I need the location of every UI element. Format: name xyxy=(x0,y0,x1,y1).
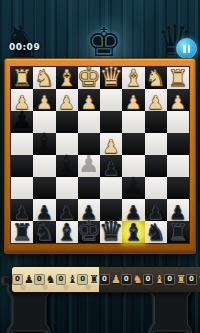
square-h5[interactable] xyxy=(11,155,33,177)
pawn-icon: ♟ xyxy=(111,274,121,285)
captured-count-rook: 0♜ xyxy=(164,274,186,285)
tray-tab xyxy=(173,285,178,290)
white-pawn: ♟ xyxy=(36,93,53,112)
square-f8[interactable]: ♝ xyxy=(56,221,78,243)
black-pawn: ♟ xyxy=(169,203,186,222)
square-g3[interactable] xyxy=(33,111,55,133)
square-g4[interactable] xyxy=(33,133,55,155)
square-f4[interactable] xyxy=(56,133,78,155)
black-knight: ♞ xyxy=(145,221,166,244)
square-f3[interactable] xyxy=(56,111,78,133)
square-d5[interactable]: ♟ xyxy=(100,155,122,177)
square-h6[interactable] xyxy=(11,177,33,199)
square-h4[interactable] xyxy=(11,133,33,155)
capture-counter-value: 0 xyxy=(186,274,197,285)
square-d7[interactable] xyxy=(100,199,122,221)
black-pawn: ♟ xyxy=(103,159,120,178)
square-g1[interactable]: ♞ xyxy=(33,67,55,89)
black-pawn: ♟ xyxy=(147,203,164,222)
white-pawn: ♟ xyxy=(169,93,186,112)
capture-counter-value: 0 xyxy=(143,274,154,285)
captured-tray-white-section: 0♟0♞0♝0♜0♛ xyxy=(99,267,200,292)
tray-tab xyxy=(20,285,25,290)
square-c4[interactable] xyxy=(122,133,144,155)
square-b4[interactable] xyxy=(145,133,167,155)
white-pawn: ♟ xyxy=(14,93,31,112)
knight-icon: ♞ xyxy=(46,274,56,285)
square-c8[interactable]: ♝ xyxy=(122,221,144,243)
white-bishop: ♝ xyxy=(123,67,144,90)
tray-tab xyxy=(86,285,91,290)
board: ♜♞♝♚♛♝♞♜♟♟♟♟♟♟♟♟♟♟♟♟♟♟♟♟♜♞♝♚♛♝♞♜♟♝♝♟♟ xyxy=(11,67,189,243)
black-queen: ♛ xyxy=(99,217,123,244)
square-e6[interactable] xyxy=(78,177,100,199)
square-c5[interactable] xyxy=(122,155,144,177)
square-g2[interactable]: ♟ xyxy=(33,89,55,111)
captured-count-pawn: 0♟ xyxy=(12,274,34,285)
pause-icon xyxy=(183,45,186,53)
game-screen: ♞ ♚ ♛ 00:09 ♜♞♝♚♛♝♞♜♟♟♟♟♟♟♟♟♟♟♟♟♟♟♟♟♜♞♝♚… xyxy=(0,0,200,333)
square-h3[interactable] xyxy=(11,111,33,133)
white-pawn: ♟ xyxy=(147,93,164,112)
pause-button[interactable] xyxy=(176,38,197,59)
black-king: ♚ xyxy=(77,217,101,244)
black-bishop: ♝ xyxy=(123,221,144,244)
square-a1[interactable]: ♜ xyxy=(167,67,189,89)
square-f6[interactable] xyxy=(56,177,78,199)
captured-count-bishop: 0♝ xyxy=(143,274,165,285)
square-a4[interactable] xyxy=(167,133,189,155)
square-b8[interactable]: ♞ xyxy=(145,221,167,243)
black-pawn: ♟ xyxy=(58,203,75,222)
queen-icon: ♛ xyxy=(198,274,200,285)
bishop-icon: ♝ xyxy=(67,274,77,285)
square-b3[interactable] xyxy=(145,111,167,133)
rook-icon: ♜ xyxy=(89,274,99,285)
square-d4[interactable]: ♟ xyxy=(100,133,122,155)
square-d8[interactable]: ♛ xyxy=(100,221,122,243)
captured-pieces-tray: 0♟0♞0♝0♜ 0♟0♞0♝0♜0♛ xyxy=(11,266,189,293)
square-c2[interactable]: ♟ xyxy=(122,89,144,111)
square-e8[interactable]: ♚ xyxy=(78,221,100,243)
square-e1[interactable]: ♚ xyxy=(78,67,100,89)
square-f7[interactable]: ♟ xyxy=(56,199,78,221)
capture-counter-value: 0 xyxy=(99,274,110,285)
capture-counter-value: 0 xyxy=(12,274,23,285)
square-g7[interactable]: ♟ xyxy=(33,199,55,221)
rook-icon: ♜ xyxy=(176,274,186,285)
captured-tray-black-section: 0♟0♞0♝0♜ xyxy=(12,267,99,292)
square-c7[interactable]: ♟ xyxy=(122,199,144,221)
square-h7[interactable]: ♟ xyxy=(11,199,33,221)
square-b2[interactable]: ♟ xyxy=(145,89,167,111)
square-f1[interactable]: ♝ xyxy=(56,67,78,89)
square-f2[interactable]: ♟ xyxy=(56,89,78,111)
king-silhouette-icon: ♚ xyxy=(86,22,122,62)
captured-count-pawn: 0♟ xyxy=(99,274,121,285)
black-pawn: ♟ xyxy=(36,203,53,222)
square-b6[interactable] xyxy=(145,177,167,199)
black-pawn: ♟ xyxy=(14,203,31,222)
square-a5[interactable] xyxy=(167,155,189,177)
capture-counter-value: 0 xyxy=(77,274,88,285)
white-queen: ♛ xyxy=(99,63,123,90)
black-pawn: ♟ xyxy=(125,203,142,222)
square-e2[interactable]: ♟ xyxy=(78,89,100,111)
black-rook: ♜ xyxy=(12,221,33,244)
square-h8[interactable]: ♜ xyxy=(11,221,33,243)
square-d2[interactable] xyxy=(100,89,122,111)
square-a8[interactable]: ♜ xyxy=(167,221,189,243)
bishop-icon: ♝ xyxy=(154,274,164,285)
square-d1[interactable]: ♛ xyxy=(100,67,122,89)
white-knight: ♞ xyxy=(34,67,55,90)
square-g5[interactable] xyxy=(33,155,55,177)
square-e4[interactable] xyxy=(78,133,100,155)
tray-tab xyxy=(107,285,112,290)
capture-counter-value: 0 xyxy=(121,274,132,285)
black-bishop: ♝ xyxy=(56,221,77,244)
black-rook: ♜ xyxy=(168,221,189,244)
game-timer: 00:09 xyxy=(9,42,40,52)
square-a6[interactable] xyxy=(167,177,189,199)
white-pawn: ♟ xyxy=(125,93,142,112)
square-g6[interactable] xyxy=(33,177,55,199)
capture-counter-value: 0 xyxy=(56,274,67,285)
square-e5[interactable] xyxy=(78,155,100,177)
pause-icon xyxy=(188,45,191,53)
square-c3[interactable] xyxy=(122,111,144,133)
square-d3[interactable] xyxy=(100,111,122,133)
square-f5[interactable] xyxy=(56,155,78,177)
square-e7[interactable]: ♟ xyxy=(78,199,100,221)
captured-count-rook: 0♜ xyxy=(77,274,99,285)
captured-count-knight: 0♞ xyxy=(34,274,56,285)
black-knight: ♞ xyxy=(34,221,55,244)
square-h1[interactable]: ♜ xyxy=(11,67,33,89)
square-a7[interactable]: ♟ xyxy=(167,199,189,221)
square-a2[interactable]: ♟ xyxy=(167,89,189,111)
square-b7[interactable]: ♟ xyxy=(145,199,167,221)
captured-count-queen: 0♛ xyxy=(186,274,200,285)
white-rook: ♜ xyxy=(168,67,189,90)
tray-tab xyxy=(151,285,156,290)
square-h2[interactable]: ♟ xyxy=(11,89,33,111)
tray-tab xyxy=(194,285,199,290)
capture-counter-value: 0 xyxy=(34,274,45,285)
square-c6[interactable] xyxy=(122,177,144,199)
white-pawn: ♟ xyxy=(58,93,75,112)
board-frame: ♜♞♝♚♛♝♞♜♟♟♟♟♟♟♟♟♟♟♟♟♟♟♟♟♜♞♝♚♛♝♞♜♟♝♝♟♟ xyxy=(4,58,196,254)
white-king: ♚ xyxy=(77,63,101,90)
knight-icon: ♞ xyxy=(133,274,143,285)
captured-count-bishop: 0♝ xyxy=(56,274,78,285)
black-pawn: ♟ xyxy=(80,203,97,222)
tray-tab xyxy=(42,285,47,290)
tray-tab xyxy=(64,285,69,290)
square-b1[interactable]: ♞ xyxy=(145,67,167,89)
white-bishop: ♝ xyxy=(56,67,77,90)
white-pawn: ♟ xyxy=(80,93,97,112)
pawn-icon: ♟ xyxy=(24,274,34,285)
square-d6[interactable] xyxy=(100,177,122,199)
square-e3[interactable] xyxy=(78,111,100,133)
square-a3[interactable] xyxy=(167,111,189,133)
white-pawn: ♟ xyxy=(103,137,120,156)
square-b5[interactable] xyxy=(145,155,167,177)
capture-counter-value: 0 xyxy=(164,274,175,285)
captured-count-knight: 0♞ xyxy=(121,274,143,285)
white-knight: ♞ xyxy=(145,67,166,90)
square-c1[interactable]: ♝ xyxy=(122,67,144,89)
white-rook: ♜ xyxy=(12,67,33,90)
square-g8[interactable]: ♞ xyxy=(33,221,55,243)
tray-tab xyxy=(129,285,134,290)
